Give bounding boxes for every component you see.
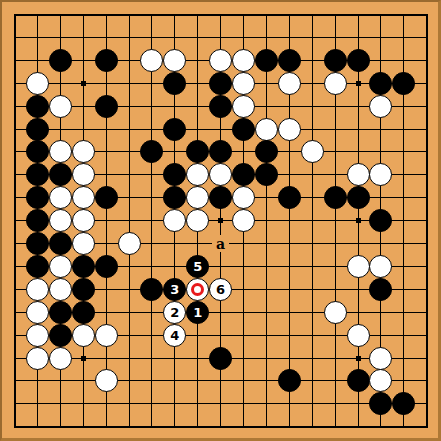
stone-black [26, 95, 49, 118]
move-number: 5 [193, 260, 202, 273]
stone-white [26, 347, 49, 370]
stone-white [72, 163, 95, 186]
stone-white [26, 72, 49, 95]
stone-white [49, 278, 72, 301]
stone-white [49, 209, 72, 232]
stone-black [26, 186, 49, 209]
stone-black [72, 255, 95, 278]
stone-black [255, 49, 278, 72]
star-point [356, 218, 361, 223]
stone-white [324, 301, 347, 324]
stone-black [49, 301, 72, 324]
stone-black [72, 278, 95, 301]
stone-black [72, 301, 95, 324]
stone-white [26, 301, 49, 324]
go-board-frame: a536214 [0, 0, 441, 441]
stone-black [209, 347, 232, 370]
go-board: a536214 [2, 2, 438, 438]
stone-white: 6 [209, 278, 232, 301]
stone-white [232, 49, 255, 72]
grid-line-horizontal [15, 403, 427, 404]
red-circle-marker [191, 283, 204, 296]
grid-line-vertical [266, 15, 267, 427]
stone-white [49, 255, 72, 278]
stone-black [347, 186, 370, 209]
point-label-a: a [212, 235, 229, 252]
stone-black [209, 72, 232, 95]
stone-black [324, 186, 347, 209]
move-number: 3 [170, 283, 179, 296]
star-point [356, 356, 361, 361]
stone-black [95, 49, 118, 72]
stone-white [49, 347, 72, 370]
stone-white [232, 95, 255, 118]
stone-white [278, 72, 301, 95]
stone-white [324, 72, 347, 95]
stone-white [72, 209, 95, 232]
stone-white [72, 140, 95, 163]
stone-white: 4 [163, 324, 186, 347]
star-point [81, 81, 86, 86]
stone-black [49, 232, 72, 255]
stone-black [26, 232, 49, 255]
stone-black [95, 186, 118, 209]
stone-white [209, 49, 232, 72]
stone-white [347, 163, 370, 186]
stone-black [163, 72, 186, 95]
stone-white [369, 95, 392, 118]
stone-white [232, 209, 255, 232]
stone-white [347, 324, 370, 347]
stone-black [95, 255, 118, 278]
stone-white [255, 118, 278, 141]
stone-white [26, 324, 49, 347]
stone-white [186, 278, 209, 301]
stone-black [26, 255, 49, 278]
stone-black [392, 72, 415, 95]
move-number: 2 [170, 306, 179, 319]
star-point [356, 81, 361, 86]
stone-white: 2 [163, 301, 186, 324]
stone-black [209, 95, 232, 118]
stone-white [72, 324, 95, 347]
stone-black [232, 118, 255, 141]
stone-black [49, 49, 72, 72]
move-number: 1 [193, 306, 202, 319]
stone-black [324, 49, 347, 72]
stone-black [369, 72, 392, 95]
stone-black: 1 [186, 301, 209, 324]
stone-white [163, 49, 186, 72]
stone-black [95, 95, 118, 118]
star-point [218, 218, 223, 223]
stone-black: 3 [163, 278, 186, 301]
stone-black [163, 118, 186, 141]
star-point [81, 356, 86, 361]
stone-white [278, 118, 301, 141]
move-number: 4 [170, 329, 179, 342]
stone-white [95, 369, 118, 392]
stone-black [49, 163, 72, 186]
stone-white [232, 72, 255, 95]
stone-black: 5 [186, 255, 209, 278]
stone-white [95, 324, 118, 347]
stone-black [278, 49, 301, 72]
stone-black [26, 209, 49, 232]
stone-white [118, 232, 141, 255]
stone-black [49, 324, 72, 347]
stone-white [49, 95, 72, 118]
stone-white [301, 140, 324, 163]
stone-white [347, 255, 370, 278]
stone-white [26, 278, 49, 301]
stone-white [72, 232, 95, 255]
stone-white [49, 186, 72, 209]
stone-black [26, 118, 49, 141]
stone-black [347, 369, 370, 392]
stone-black [347, 49, 370, 72]
move-number: 6 [216, 283, 225, 296]
stone-black [278, 186, 301, 209]
grid-line-vertical [312, 15, 313, 427]
stone-white [369, 347, 392, 370]
stone-white [72, 186, 95, 209]
